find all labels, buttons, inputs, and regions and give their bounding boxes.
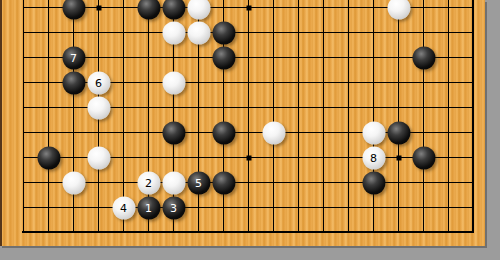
black-stone xyxy=(212,121,235,144)
black-stone-move-3: 3 xyxy=(162,196,185,219)
board-left-edge xyxy=(0,0,2,246)
white-stone xyxy=(162,171,185,194)
move-number-label: 4 xyxy=(120,202,127,213)
white-stone-move-4: 4 xyxy=(112,196,135,219)
star-point xyxy=(396,155,401,160)
star-point xyxy=(246,5,251,10)
black-stone xyxy=(387,121,410,144)
white-stone xyxy=(362,121,385,144)
white-stone xyxy=(162,21,185,44)
move-number-label: 6 xyxy=(95,77,102,88)
black-stone-move-7: 7 xyxy=(62,46,85,69)
black-stone-move-1: 1 xyxy=(137,196,160,219)
move-number-label: 7 xyxy=(70,52,77,63)
move-number-label: 1 xyxy=(145,202,152,213)
go-board-window: 76825413 xyxy=(0,0,500,260)
white-stone xyxy=(162,71,185,94)
black-stone xyxy=(212,171,235,194)
move-number-label: 2 xyxy=(145,177,152,188)
move-number-label: 5 xyxy=(195,177,202,188)
white-stone-move-8: 8 xyxy=(362,146,385,169)
white-stone xyxy=(87,96,110,119)
white-stone xyxy=(262,121,285,144)
black-stone xyxy=(62,71,85,94)
star-point xyxy=(96,5,101,10)
white-stone-move-6: 6 xyxy=(87,71,110,94)
white-stone xyxy=(87,146,110,169)
board-bottom-edge-line xyxy=(22,231,474,233)
black-stone xyxy=(162,121,185,144)
black-stone xyxy=(412,146,435,169)
white-stone xyxy=(62,171,85,194)
white-stone-move-2: 2 xyxy=(137,171,160,194)
board-right-edge-line xyxy=(472,0,474,233)
black-stone xyxy=(362,171,385,194)
black-stone xyxy=(212,21,235,44)
move-number-label: 3 xyxy=(170,202,177,213)
grid-horizontal-lines xyxy=(23,7,474,234)
black-stone xyxy=(37,146,60,169)
white-stone xyxy=(187,21,210,44)
move-number-label: 8 xyxy=(370,152,377,163)
star-point xyxy=(246,155,251,160)
black-stone xyxy=(412,46,435,69)
black-stone-move-5: 5 xyxy=(187,171,210,194)
black-stone xyxy=(212,46,235,69)
